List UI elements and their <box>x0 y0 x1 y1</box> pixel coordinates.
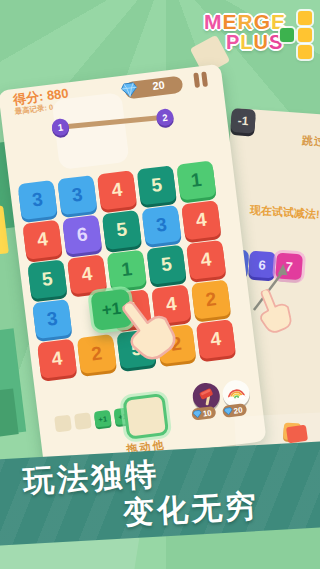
slogan-banner: 玩法独特 变化无穷 <box>0 440 320 546</box>
tile-r3c5[interactable]: 4 <box>186 240 226 280</box>
skip-button[interactable]: 跳过 <box>301 133 320 150</box>
game-board-card: 得分: 880 最高记录: 0 20 1 2 33451465345415434… <box>0 64 267 468</box>
tile-r3c2[interactable]: 4 <box>67 254 107 294</box>
rainbow-icon <box>224 382 247 405</box>
tile-r2c4[interactable]: 3 <box>141 205 181 245</box>
merge-plus-logo: MERGE PLUS <box>202 8 320 64</box>
tile-r1c2[interactable]: 3 <box>57 175 97 215</box>
hammer-icon <box>195 385 217 407</box>
logo-square-top <box>298 11 312 25</box>
tile-r2c3[interactable]: 5 <box>102 210 142 250</box>
gem-counter[interactable]: 20 <box>124 76 184 100</box>
queue-plus-one-tile[interactable]: +1 <box>94 410 112 428</box>
logo-square-mid-left <box>280 28 294 42</box>
hammer-cost-pill: 10 <box>191 406 216 421</box>
tile-r1c5[interactable]: 1 <box>176 160 216 200</box>
tile-r3c4[interactable]: 5 <box>146 245 186 285</box>
gem-icon <box>223 407 233 416</box>
red-tile-sliver <box>286 425 308 444</box>
tile-r1c1[interactable]: 3 <box>18 180 58 220</box>
gem-icon <box>192 410 202 419</box>
tile-r5c5[interactable]: 4 <box>196 319 236 359</box>
tutorial-tip-text: 现在试试减法! <box>228 201 320 224</box>
active-source-slot[interactable] <box>122 393 169 440</box>
logo-square-mid-right <box>298 28 312 42</box>
tile-queue-tray: +1+1 <box>54 407 131 432</box>
tile-r2c5[interactable]: 4 <box>181 200 221 240</box>
promo-screenshot: 跳过 现在试试减法! 567 -1 得分: 880 最高记录: 0 20 1 <box>0 0 320 569</box>
level-badge-next: 2 <box>155 108 174 127</box>
queue-slot-empty[interactable] <box>54 415 72 433</box>
tile-r2c1[interactable]: 4 <box>22 220 62 260</box>
tile-r2c2[interactable]: 6 <box>62 215 102 255</box>
pause-button[interactable] <box>193 71 211 89</box>
tile-r1c3[interactable]: 4 <box>97 170 137 210</box>
tile-r3c3[interactable]: 1 <box>107 250 147 290</box>
queue-slot-empty[interactable] <box>74 412 92 430</box>
tile-r5c1[interactable]: 4 <box>37 339 77 379</box>
tile-r4c1[interactable]: 3 <box>32 299 72 339</box>
tile-r3c1[interactable]: 5 <box>27 259 67 299</box>
logo-word-plus: PLUS <box>226 31 283 54</box>
minus-one-tile[interactable]: -1 <box>230 108 256 134</box>
gem-count: 20 <box>124 77 183 96</box>
tile-r4c5[interactable]: 2 <box>191 280 231 320</box>
tile-r1c4[interactable]: 5 <box>137 165 177 205</box>
slogan-line2: 变化无穷 <box>122 485 260 535</box>
logo-square-bottom <box>298 45 312 59</box>
